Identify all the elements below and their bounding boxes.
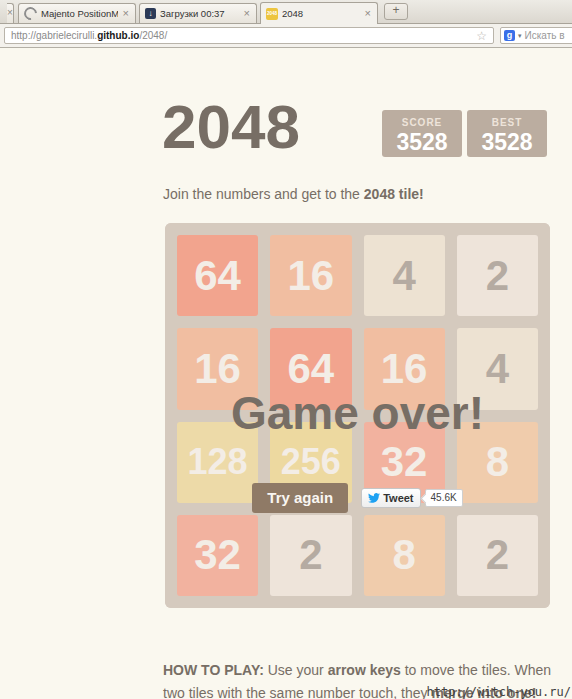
score-panel: SCORE 3528 BEST 3528	[382, 110, 547, 157]
tab-title: Загрузки 00:37	[160, 8, 239, 19]
bookmark-star-icon[interactable]: ☆	[476, 30, 487, 42]
page-title: 2048	[162, 98, 300, 157]
url-suffix: /2048/	[139, 30, 167, 41]
try-again-button[interactable]: Try again	[252, 483, 348, 513]
intro-text: Join the numbers and get to the	[163, 186, 364, 202]
game-over-message: Game over!	[165, 386, 550, 440]
tab-downloads[interactable]: ↓ Загрузки 00:37 ×	[139, 3, 257, 23]
2048-favicon-icon: 2048	[266, 8, 278, 20]
howto-text: Use your	[264, 662, 328, 678]
tweet-count-badge[interactable]: 45.6K	[425, 489, 463, 507]
tweet-widget: Tweet 45.6K	[361, 488, 463, 508]
game-intro: Join the numbers and get to the 2048 til…	[163, 186, 424, 202]
howto-bold: HOW TO PLAY:	[163, 662, 264, 678]
best-value: 3528	[475, 128, 539, 157]
tab-title: Majento PositionMeter - …	[41, 8, 118, 19]
close-icon[interactable]: ×	[364, 8, 372, 19]
close-icon[interactable]: ×	[122, 8, 130, 19]
partial-tab[interactable]: ×	[7, 3, 14, 23]
score-box: SCORE 3528	[382, 110, 462, 157]
search-input[interactable]: g ▾ Искать в	[500, 27, 572, 44]
page-2048: 2048 SCORE 3528 BEST 3528 Join the numbe…	[0, 48, 572, 699]
tab-majento[interactable]: Majento PositionMeter - … ×	[18, 3, 136, 23]
url-domain: github.io	[97, 30, 139, 41]
tweet-label: Tweet	[383, 492, 413, 504]
howto-bold: arrow keys	[328, 662, 401, 678]
twitter-bird-icon	[368, 492, 380, 504]
howto-text: two tiles with the same number touch, th…	[163, 685, 431, 699]
score-label: SCORE	[390, 117, 454, 128]
chevron-down-icon[interactable]: ▾	[518, 32, 522, 40]
howto-text: to move the tiles. When	[401, 662, 551, 678]
browser-tab-bar: × Majento PositionMeter - … × ↓ Загрузки…	[0, 0, 572, 24]
search-placeholder: Искать в	[525, 30, 565, 41]
new-tab-button[interactable]: +	[384, 3, 408, 20]
watermark-url: http://witch-you.ru/	[427, 685, 572, 699]
score-value: 3528	[390, 128, 454, 157]
browser-window: × Majento PositionMeter - … × ↓ Загрузки…	[0, 0, 572, 699]
url-prefix: http://gabrielecirulli.	[11, 30, 97, 41]
tab-title: 2048	[282, 8, 360, 19]
game-over-actions: Try again Tweet 45.6K	[165, 483, 550, 513]
game-board: 641642166416412825632832282 Game over! T…	[165, 223, 550, 608]
loading-spinner-icon	[21, 4, 39, 22]
best-box: BEST 3528	[467, 110, 547, 157]
best-label: BEST	[475, 117, 539, 128]
tweet-button[interactable]: Tweet	[361, 488, 420, 508]
browser-navbar: http://gabrielecirulli.github.io/2048/ ☆…	[0, 24, 572, 48]
tab-2048-active[interactable]: 2048 2048 ×	[260, 2, 378, 24]
close-icon[interactable]: ×	[243, 8, 251, 19]
google-icon: g	[504, 30, 515, 41]
intro-bold: 2048 tile!	[364, 186, 424, 202]
downloads-icon: ↓	[145, 8, 156, 19]
address-bar[interactable]: http://gabrielecirulli.github.io/2048/ ☆	[4, 27, 494, 44]
